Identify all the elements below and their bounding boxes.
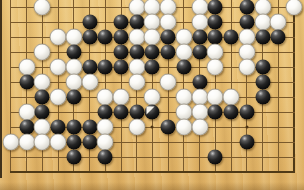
grid-vline xyxy=(293,0,295,173)
white-stone xyxy=(50,89,67,106)
black-stone xyxy=(66,150,81,165)
black-stone xyxy=(161,120,176,135)
black-stone xyxy=(271,30,286,45)
black-stone xyxy=(208,150,223,165)
white-stone xyxy=(97,89,114,106)
black-stone xyxy=(176,60,191,75)
black-stone xyxy=(114,60,129,75)
black-stone xyxy=(51,120,66,135)
white-stone xyxy=(18,104,35,121)
white-stone xyxy=(144,29,161,46)
black-stone xyxy=(66,135,81,150)
black-stone xyxy=(208,0,223,15)
white-stone xyxy=(65,29,82,46)
white-stone xyxy=(191,14,208,31)
black-stone xyxy=(239,0,254,15)
white-stone xyxy=(128,0,145,16)
black-stone xyxy=(161,45,176,60)
white-stone xyxy=(160,14,177,31)
grid-vline xyxy=(183,0,184,173)
white-stone xyxy=(286,0,303,16)
black-stone xyxy=(114,105,129,120)
white-stone xyxy=(254,14,271,31)
black-stone xyxy=(35,90,50,105)
white-stone xyxy=(34,44,51,61)
white-stone xyxy=(18,134,35,151)
board-left-crop-edge xyxy=(0,0,2,178)
black-stone xyxy=(114,45,129,60)
star-point xyxy=(151,126,154,129)
white-stone xyxy=(81,74,98,91)
black-stone xyxy=(66,90,81,105)
black-stone xyxy=(255,75,270,90)
black-stone xyxy=(114,15,129,30)
white-stone xyxy=(34,74,51,91)
black-stone xyxy=(82,60,97,75)
white-stone xyxy=(128,74,145,91)
black-stone xyxy=(98,30,113,45)
white-stone xyxy=(238,59,255,76)
black-stone xyxy=(98,105,113,120)
white-stone xyxy=(270,14,287,31)
grid-hline xyxy=(10,82,295,83)
white-stone xyxy=(207,59,224,76)
black-stone xyxy=(208,15,223,30)
black-stone xyxy=(114,30,129,45)
white-stone xyxy=(50,29,67,46)
black-stone xyxy=(255,90,270,105)
white-stone xyxy=(207,89,224,106)
black-stone xyxy=(129,15,144,30)
black-stone xyxy=(19,75,34,90)
white-stone xyxy=(34,134,51,151)
white-stone xyxy=(128,29,145,46)
black-stone xyxy=(239,15,254,30)
white-stone xyxy=(34,0,51,16)
black-stone xyxy=(35,105,50,120)
white-stone xyxy=(50,59,67,76)
white-stone xyxy=(175,44,192,61)
black-stone xyxy=(145,45,160,60)
black-stone xyxy=(255,30,270,45)
black-stone xyxy=(82,15,97,30)
white-stone xyxy=(175,119,192,136)
white-stone xyxy=(50,134,67,151)
last-move-triangle-marker xyxy=(146,106,154,114)
black-stone xyxy=(192,75,207,90)
white-stone xyxy=(65,74,82,91)
black-stone xyxy=(66,45,81,60)
black-stone xyxy=(129,45,144,60)
black-stone xyxy=(255,60,270,75)
black-stone xyxy=(208,105,223,120)
black-stone xyxy=(145,60,160,75)
white-stone xyxy=(160,74,177,91)
white-stone xyxy=(2,134,19,151)
star-point xyxy=(245,126,248,129)
go-board[interactable] xyxy=(0,0,304,190)
black-stone xyxy=(82,120,97,135)
grid-hline xyxy=(10,171,295,173)
black-stone xyxy=(192,45,207,60)
white-stone xyxy=(18,59,35,76)
grid-vline xyxy=(231,0,232,173)
white-stone xyxy=(191,119,208,136)
board-bottom-shadow xyxy=(0,182,304,190)
black-stone xyxy=(224,105,239,120)
black-stone xyxy=(98,150,113,165)
black-stone xyxy=(192,30,207,45)
black-stone xyxy=(98,60,113,75)
black-stone xyxy=(19,120,34,135)
black-stone xyxy=(161,30,176,45)
black-stone xyxy=(239,135,254,150)
grid-hline xyxy=(10,157,295,158)
black-stone xyxy=(82,135,97,150)
white-stone xyxy=(144,89,161,106)
white-stone xyxy=(223,89,240,106)
white-stone xyxy=(113,89,130,106)
black-stone xyxy=(224,30,239,45)
black-stone xyxy=(239,105,254,120)
white-stone xyxy=(97,134,114,151)
black-stone xyxy=(145,105,160,120)
white-stone xyxy=(128,119,145,136)
black-stone xyxy=(208,30,223,45)
black-stone xyxy=(129,105,144,120)
black-stone xyxy=(82,30,97,45)
black-stone xyxy=(66,120,81,135)
